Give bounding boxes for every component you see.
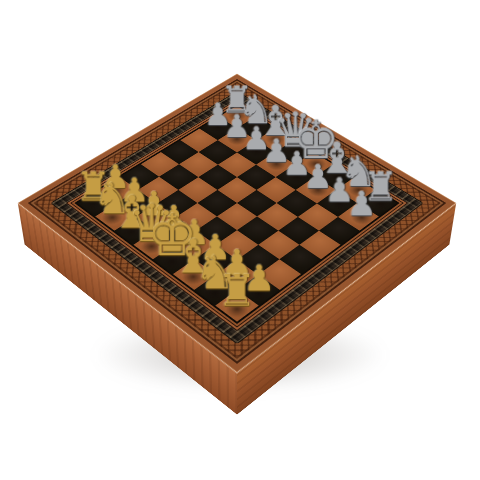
rook-glyph: ♜ bbox=[217, 268, 256, 312]
pawn-glyph: ♟ bbox=[347, 187, 377, 220]
piece-black-pawn-h7[interactable]: ♟ bbox=[343, 179, 379, 216]
square-h5[interactable] bbox=[299, 230, 340, 259]
square-f5[interactable] bbox=[257, 203, 297, 230]
piece-white-rook-h1[interactable]: ♜ bbox=[217, 260, 257, 308]
square-h4[interactable] bbox=[279, 245, 321, 275]
square-h6[interactable] bbox=[319, 217, 360, 245]
square-g5[interactable] bbox=[278, 217, 319, 245]
